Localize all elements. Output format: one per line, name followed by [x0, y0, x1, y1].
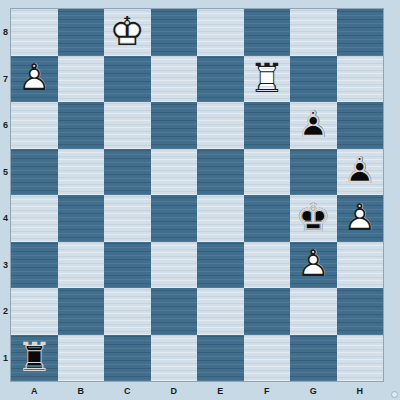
- file-label-c: C: [104, 381, 151, 400]
- square-c2[interactable]: [104, 288, 151, 335]
- square-f3[interactable]: [244, 242, 291, 289]
- black-rook[interactable]: ♜♖: [11, 335, 58, 382]
- rank-label-2: 2: [0, 288, 11, 335]
- white-pawn[interactable]: ♟♙: [11, 56, 58, 103]
- square-d7[interactable]: [151, 56, 198, 103]
- square-b6[interactable]: [58, 102, 105, 149]
- rank-label-4: 4: [0, 195, 11, 242]
- white-pawn-outline: ♙: [343, 199, 376, 236]
- square-h8[interactable]: [337, 9, 384, 56]
- square-f4[interactable]: [244, 195, 291, 242]
- square-g1[interactable]: [290, 335, 337, 382]
- file-label-b: B: [58, 381, 105, 400]
- rank-label-1: 1: [0, 335, 11, 382]
- black-pawn[interactable]: ♟♙: [290, 102, 337, 149]
- chess-board-window: ♚♔♟♙♜♖♟♙♟♙♚♔♟♙♟♙♜♖ 87654321 ABCDEFGH: [0, 0, 400, 400]
- square-f7[interactable]: ♜♖: [244, 56, 291, 103]
- square-d3[interactable]: [151, 242, 198, 289]
- square-d5[interactable]: [151, 149, 198, 196]
- file-label-h: H: [337, 381, 384, 400]
- square-a4[interactable]: [11, 195, 58, 242]
- square-c1[interactable]: [104, 335, 151, 382]
- square-g5[interactable]: [290, 149, 337, 196]
- square-a1[interactable]: ♜♖: [11, 335, 58, 382]
- square-b3[interactable]: [58, 242, 105, 289]
- square-g6[interactable]: ♟♙: [290, 102, 337, 149]
- white-pawn-outline: ♙: [18, 59, 51, 96]
- square-c8[interactable]: ♚♔: [104, 9, 151, 56]
- square-b7[interactable]: [58, 56, 105, 103]
- black-pawn-outline: ♙: [343, 152, 376, 189]
- square-d2[interactable]: [151, 288, 198, 335]
- rank-label-3: 3: [0, 242, 11, 289]
- square-f1[interactable]: [244, 335, 291, 382]
- square-h4[interactable]: ♟♙: [337, 195, 384, 242]
- square-h6[interactable]: [337, 102, 384, 149]
- square-e2[interactable]: [197, 288, 244, 335]
- square-e3[interactable]: [197, 242, 244, 289]
- square-h5[interactable]: ♟♙: [337, 149, 384, 196]
- rank-label-6: 6: [0, 102, 11, 149]
- square-g8[interactable]: [290, 9, 337, 56]
- square-a7[interactable]: ♟♙: [11, 56, 58, 103]
- black-pawn-outline: ♙: [297, 106, 330, 143]
- square-e8[interactable]: [197, 9, 244, 56]
- rank-label-7: 7: [0, 56, 11, 103]
- square-g4[interactable]: ♚♔: [290, 195, 337, 242]
- square-c6[interactable]: [104, 102, 151, 149]
- square-b8[interactable]: [58, 9, 105, 56]
- square-e6[interactable]: [197, 102, 244, 149]
- square-a5[interactable]: [11, 149, 58, 196]
- square-b1[interactable]: [58, 335, 105, 382]
- square-d4[interactable]: [151, 195, 198, 242]
- white-pawn[interactable]: ♟♙: [337, 195, 384, 242]
- white-king-outline: ♔: [109, 11, 145, 51]
- square-c5[interactable]: [104, 149, 151, 196]
- square-e7[interactable]: [197, 56, 244, 103]
- black-king-outline: ♔: [295, 197, 331, 237]
- square-h2[interactable]: [337, 288, 384, 335]
- file-label-g: G: [290, 381, 337, 400]
- square-h7[interactable]: [337, 56, 384, 103]
- square-a3[interactable]: [11, 242, 58, 289]
- square-d1[interactable]: [151, 335, 198, 382]
- square-d6[interactable]: [151, 102, 198, 149]
- square-b4[interactable]: [58, 195, 105, 242]
- white-rook-outline: ♖: [249, 58, 285, 98]
- square-a6[interactable]: [11, 102, 58, 149]
- rank-label-8: 8: [0, 9, 11, 56]
- black-king[interactable]: ♚♔: [290, 195, 337, 242]
- resize-handle-dot[interactable]: [391, 391, 398, 398]
- square-c7[interactable]: [104, 56, 151, 103]
- square-h1[interactable]: [337, 335, 384, 382]
- black-rook-outline: ♖: [16, 337, 52, 377]
- square-b5[interactable]: [58, 149, 105, 196]
- square-e5[interactable]: [197, 149, 244, 196]
- file-label-f: F: [244, 381, 291, 400]
- square-g3[interactable]: ♟♙: [290, 242, 337, 289]
- square-a8[interactable]: [11, 9, 58, 56]
- square-c4[interactable]: [104, 195, 151, 242]
- square-e1[interactable]: [197, 335, 244, 382]
- square-d8[interactable]: [151, 9, 198, 56]
- white-rook[interactable]: ♜♖: [244, 56, 291, 103]
- file-label-e: E: [197, 381, 244, 400]
- square-f5[interactable]: [244, 149, 291, 196]
- white-pawn-outline: ♙: [297, 245, 330, 282]
- chess-board: ♚♔♟♙♜♖♟♙♟♙♚♔♟♙♟♙♜♖: [11, 9, 383, 381]
- square-e4[interactable]: [197, 195, 244, 242]
- white-pawn[interactable]: ♟♙: [290, 242, 337, 289]
- square-a2[interactable]: [11, 288, 58, 335]
- square-c3[interactable]: [104, 242, 151, 289]
- square-f6[interactable]: [244, 102, 291, 149]
- square-f2[interactable]: [244, 288, 291, 335]
- square-g2[interactable]: [290, 288, 337, 335]
- rank-label-5: 5: [0, 149, 11, 196]
- file-label-a: A: [11, 381, 58, 400]
- square-h3[interactable]: [337, 242, 384, 289]
- square-b2[interactable]: [58, 288, 105, 335]
- black-pawn[interactable]: ♟♙: [337, 149, 384, 196]
- file-label-d: D: [151, 381, 198, 400]
- square-g7[interactable]: [290, 56, 337, 103]
- square-f8[interactable]: [244, 9, 291, 56]
- white-king[interactable]: ♚♔: [104, 9, 151, 56]
